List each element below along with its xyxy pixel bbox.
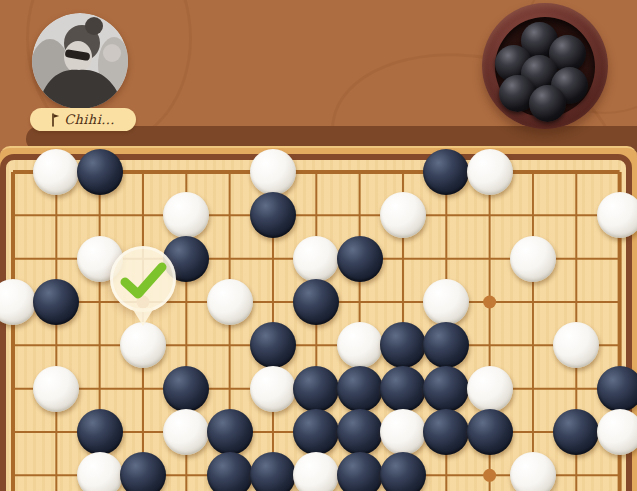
- stone-black: ●: [293, 366, 339, 412]
- stone-black: ●: [380, 322, 426, 368]
- stone-white: ○: [250, 366, 296, 412]
- stone-black: ●: [250, 322, 296, 368]
- stone-white: ○: [510, 236, 556, 282]
- stone-black: ●: [77, 149, 123, 195]
- stone-black: ●: [293, 409, 339, 455]
- stone-white: ○: [597, 409, 637, 455]
- stone-white: ○: [380, 192, 426, 238]
- confirm-move-bubble[interactable]: [110, 246, 176, 330]
- player-name-pill: Chihi...: [30, 108, 136, 131]
- stone-white: ○: [293, 236, 339, 282]
- stone-black: ●: [423, 366, 469, 412]
- stone-black: ●: [33, 279, 79, 325]
- stone-white: ○: [467, 366, 513, 412]
- checkmark-icon: [110, 246, 176, 312]
- player-name-label: Chihi...: [64, 112, 115, 127]
- black-stone-bowl: ●●●●●●●: [482, 3, 608, 129]
- stone-black: ●: [597, 366, 637, 412]
- bowl-interior: ●●●●●●●: [495, 17, 595, 117]
- stone-black: ●: [337, 452, 383, 491]
- stone-white: ○: [380, 409, 426, 455]
- stone-white: ○: [33, 366, 79, 412]
- stone-black: ●: [163, 366, 209, 412]
- stone-black: ●: [250, 452, 296, 491]
- stone-black: ●: [553, 409, 599, 455]
- stone-white: ○: [207, 279, 253, 325]
- stone-black: ●: [77, 409, 123, 455]
- stone-black: ●: [207, 409, 253, 455]
- bowl-stone: ●: [529, 85, 566, 122]
- stone-white: ○: [33, 149, 79, 195]
- stone-black: ●: [120, 452, 166, 491]
- stone-black: ●: [337, 236, 383, 282]
- stone-white: ○: [293, 452, 339, 491]
- stone-black: ●: [293, 279, 339, 325]
- stone-black: ●: [337, 366, 383, 412]
- stone-white: ○: [163, 409, 209, 455]
- avatar[interactable]: [32, 13, 128, 109]
- avatar-photo: [32, 13, 128, 109]
- stone-black: ●: [337, 409, 383, 455]
- stone-white: ○: [250, 149, 296, 195]
- stone-black: ●: [380, 366, 426, 412]
- flag-icon: [51, 113, 60, 127]
- stone-white: ○: [337, 322, 383, 368]
- stone-black: ●: [250, 192, 296, 238]
- stone-black: ●: [423, 409, 469, 455]
- stone-white: ○: [423, 279, 469, 325]
- game-screen: ○●○●○○●○○○●○●○○●○●○○●○●●○○●○●●●●○●●○●●●○…: [0, 0, 637, 491]
- stone-white: ○: [510, 452, 556, 491]
- stone-white: ○: [467, 149, 513, 195]
- stone-black: ●: [207, 452, 253, 491]
- stone-black: ●: [423, 149, 469, 195]
- stone-white: ○: [77, 452, 123, 491]
- stone-black: ●: [380, 452, 426, 491]
- stone-black: ●: [467, 409, 513, 455]
